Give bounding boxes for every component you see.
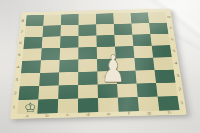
file-label-a: a	[23, 114, 31, 118]
rank-label-3: 3	[174, 74, 182, 78]
square-e8[interactable]	[96, 13, 114, 24]
rank-label-5: 5	[171, 49, 178, 52]
square-e7[interactable]	[96, 24, 114, 36]
square-e1[interactable]	[98, 98, 119, 113]
white-pawn-glyph: ♟	[101, 50, 126, 88]
square-d4[interactable]	[78, 59, 97, 72]
crown-emblem-icon: ♔	[24, 101, 37, 114]
rank-label-6: 6	[169, 38, 176, 41]
square-f7[interactable]	[114, 24, 133, 36]
file-label-c: c	[64, 113, 71, 117]
square-b8[interactable]	[43, 15, 61, 26]
rank-label-1: 1	[178, 101, 186, 105]
square-h2[interactable]	[156, 83, 177, 97]
square-a6[interactable]	[23, 37, 42, 49]
square-c7[interactable]	[60, 25, 78, 37]
square-a4[interactable]	[21, 60, 41, 73]
square-b6[interactable]	[42, 36, 61, 48]
rank-label-5: 5	[16, 53, 23, 56]
square-g3[interactable]	[135, 70, 156, 83]
file-label-f: f	[125, 111, 133, 115]
square-h7[interactable]	[149, 23, 168, 35]
photo-background: abcdefgh 8877665544332211 ♔ ♟	[0, 0, 200, 133]
square-f8[interactable]	[113, 13, 131, 24]
square-d6[interactable]	[78, 35, 96, 47]
square-d8[interactable]	[79, 14, 97, 25]
file-label-d: d	[84, 112, 91, 116]
square-e6[interactable]	[96, 35, 115, 47]
square-c6[interactable]	[60, 36, 78, 48]
square-f6[interactable]	[114, 35, 133, 47]
square-h5[interactable]	[152, 45, 172, 57]
square-d3[interactable]	[78, 71, 97, 84]
square-b7[interactable]	[42, 25, 60, 37]
square-a2[interactable]	[18, 86, 39, 100]
square-h8[interactable]	[148, 12, 167, 23]
square-b5[interactable]	[41, 48, 60, 60]
square-b4[interactable]	[40, 60, 60, 73]
square-a3[interactable]	[20, 73, 40, 87]
square-g7[interactable]	[131, 23, 150, 35]
file-label-g: g	[145, 111, 153, 115]
rank-label-7: 7	[167, 26, 174, 29]
square-g5[interactable]	[133, 46, 153, 58]
square-g2[interactable]	[137, 83, 158, 97]
rank-label-8: 8	[166, 16, 173, 19]
rank-label-3: 3	[13, 78, 20, 82]
rank-label-4: 4	[15, 65, 22, 69]
rank-label-4: 4	[172, 61, 179, 65]
rank-label-6: 6	[17, 41, 24, 44]
rank-label-2: 2	[12, 91, 20, 95]
file-label-h: h	[166, 110, 174, 114]
square-a7[interactable]	[25, 26, 44, 38]
square-b2[interactable]	[38, 85, 58, 99]
square-d5[interactable]	[78, 47, 97, 59]
square-c1[interactable]	[58, 99, 78, 114]
square-c5[interactable]	[60, 47, 79, 59]
square-h1[interactable]	[158, 96, 180, 111]
square-h6[interactable]	[150, 34, 170, 46]
square-g8[interactable]	[131, 12, 150, 23]
rank-label-7: 7	[18, 30, 25, 33]
square-b1[interactable]	[37, 99, 58, 114]
square-h3[interactable]	[155, 70, 176, 83]
square-g1[interactable]	[138, 97, 160, 112]
square-c4[interactable]	[59, 59, 78, 72]
white-pawn[interactable]: ♟	[96, 50, 122, 88]
square-a5[interactable]	[22, 48, 41, 60]
square-d7[interactable]	[78, 24, 96, 36]
square-g6[interactable]	[132, 34, 151, 46]
rank-label-1: 1	[10, 105, 18, 109]
square-d2[interactable]	[78, 84, 98, 98]
square-g4[interactable]	[134, 58, 154, 71]
square-a8[interactable]	[26, 15, 44, 26]
file-label-b: b	[44, 113, 52, 117]
square-h4[interactable]	[153, 57, 174, 70]
square-c3[interactable]	[59, 72, 79, 85]
rank-label-8: 8	[20, 19, 27, 22]
square-c2[interactable]	[58, 85, 78, 99]
square-d1[interactable]	[78, 98, 98, 113]
square-b3[interactable]	[39, 72, 59, 85]
square-f1[interactable]	[118, 97, 139, 112]
file-label-e: e	[105, 112, 113, 116]
square-c8[interactable]	[61, 14, 79, 25]
rank-label-2: 2	[176, 87, 184, 91]
